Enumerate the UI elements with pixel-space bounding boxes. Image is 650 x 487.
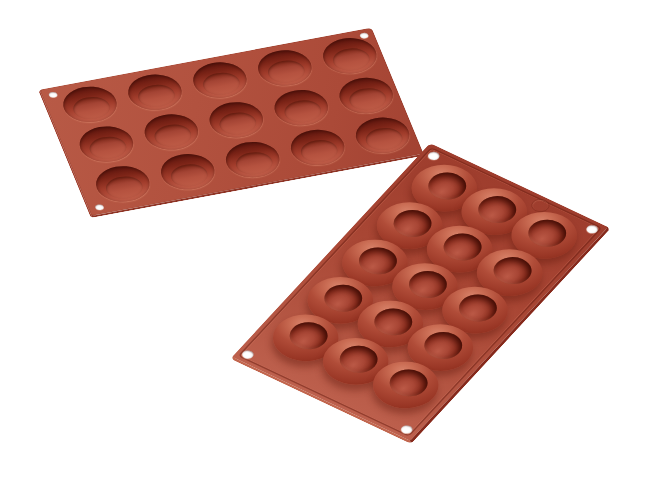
cavity-center-plateau — [151, 122, 195, 150]
savarin-cavity — [155, 150, 221, 194]
cavity-center-plateau — [216, 110, 260, 138]
cavity-center-plateau — [102, 174, 146, 202]
cavity-center-plateau — [86, 134, 130, 162]
bump-center-dip — [418, 327, 470, 364]
savarin-cavity — [350, 113, 416, 157]
savarin-cavity — [285, 126, 351, 170]
cavity-center-plateau — [167, 162, 211, 190]
cavity-center-plateau — [281, 98, 325, 126]
hanging-hole — [358, 32, 368, 39]
hanging-hole — [399, 424, 415, 435]
cavity-center-plateau — [232, 149, 276, 177]
cavity-center-plateau — [329, 46, 373, 74]
hanging-hole — [94, 204, 104, 211]
savarin-cavity — [187, 58, 253, 102]
savarin-cavity — [333, 74, 399, 118]
bump-center-dip — [487, 252, 539, 289]
cavity-center-plateau — [297, 137, 341, 165]
savarin-cavity — [268, 86, 334, 130]
hanging-hole — [584, 224, 600, 235]
savarin-cavity — [317, 34, 383, 78]
cavity-center-plateau — [362, 125, 406, 153]
savarin-cavity — [139, 110, 205, 154]
bump-center-dip — [522, 215, 574, 252]
cavity-center-plateau — [135, 82, 179, 110]
savarin-cavity — [90, 162, 156, 206]
bump-center-dip — [452, 290, 504, 327]
cavity-center-plateau — [200, 70, 244, 98]
hanging-hole — [47, 91, 57, 98]
savarin-cavity — [74, 122, 140, 166]
photo-canvas — [0, 0, 650, 487]
hanging-hole — [426, 150, 442, 161]
mold-tray-top-view — [38, 28, 424, 218]
savarin-cavity — [203, 98, 269, 142]
mold-tray-underside-view — [230, 143, 611, 444]
cavity-center-plateau — [70, 94, 114, 122]
hanging-hole — [240, 349, 256, 360]
savarin-cavity — [220, 138, 286, 182]
savarin-cavity — [122, 70, 188, 114]
savarin-cavity — [252, 46, 318, 90]
cavity-center-plateau — [264, 58, 308, 86]
cavity-center-plateau — [346, 85, 390, 113]
savarin-cavity — [57, 83, 123, 127]
bump-center-dip — [383, 364, 435, 401]
